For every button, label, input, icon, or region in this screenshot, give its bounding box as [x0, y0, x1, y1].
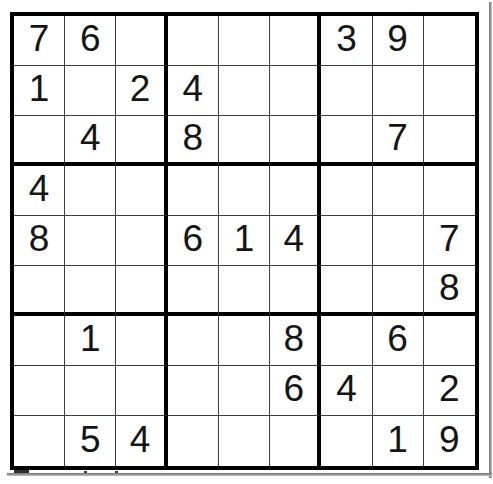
sudoku-cell-r3c1[interactable]: [14, 116, 65, 166]
sudoku-cell-r6c8[interactable]: [373, 266, 424, 316]
sudoku-cell-r2c7[interactable]: [321, 66, 372, 116]
sudoku-cell-r8c6[interactable]: 6: [270, 366, 321, 416]
sudoku-cell-r4c7[interactable]: [321, 166, 372, 216]
sudoku-cell-r2c2[interactable]: [65, 66, 116, 116]
sudoku-cell-r9c4[interactable]: [168, 416, 219, 466]
sudoku-cell-r2c1[interactable]: 1: [14, 66, 65, 116]
sudoku-cell-r9c7[interactable]: [321, 416, 372, 466]
sudoku-cell-r9c2[interactable]: 5: [65, 416, 116, 466]
frame-shadow-right: [489, 2, 492, 478]
sudoku-cell-r1c3[interactable]: [116, 16, 167, 66]
sudoku-cell-r7c1[interactable]: [14, 316, 65, 366]
sudoku-cell-r9c8[interactable]: 1: [373, 416, 424, 466]
sudoku-cell-r1c5[interactable]: [219, 16, 270, 66]
sudoku-cell-r4c9[interactable]: [424, 166, 475, 216]
sudoku-cell-r1c4[interactable]: [168, 16, 219, 66]
sudoku-cell-r4c5[interactable]: [219, 166, 270, 216]
sudoku-cell-r3c9[interactable]: [424, 116, 475, 166]
sudoku-cell-r7c5[interactable]: [219, 316, 270, 366]
sudoku-cell-r3c6[interactable]: [270, 116, 321, 166]
sudoku-cell-r7c7[interactable]: [321, 316, 372, 366]
sudoku-cell-r4c4[interactable]: [168, 166, 219, 216]
sudoku-cell-r6c5[interactable]: [219, 266, 270, 316]
sudoku-cell-r8c8[interactable]: [373, 366, 424, 416]
sudoku-cell-r5c4[interactable]: 6: [168, 216, 219, 266]
sudoku-cell-r2c5[interactable]: [219, 66, 270, 116]
sudoku-cell-r9c3[interactable]: 4: [116, 416, 167, 466]
sudoku-cell-r4c8[interactable]: [373, 166, 424, 216]
sudoku-cell-r6c1[interactable]: [14, 266, 65, 316]
sudoku-cell-r3c2[interactable]: 4: [65, 116, 116, 166]
sudoku-cell-r1c9[interactable]: [424, 16, 475, 66]
sudoku-cell-r8c4[interactable]: [168, 366, 219, 416]
sudoku-cell-r1c6[interactable]: [270, 16, 321, 66]
sudoku-cell-r8c2[interactable]: [65, 366, 116, 416]
sudoku-cell-r7c6[interactable]: 8: [270, 316, 321, 366]
sudoku-cell-r4c1[interactable]: 4: [14, 166, 65, 216]
sudoku-cell-r8c5[interactable]: [219, 366, 270, 416]
frame-shadow-bottom: [7, 473, 492, 476]
sudoku-cell-r9c6[interactable]: [270, 416, 321, 466]
sudoku-cell-r9c5[interactable]: [219, 416, 270, 466]
sudoku-cell-r6c4[interactable]: [168, 266, 219, 316]
sudoku-cell-r5c1[interactable]: 8: [14, 216, 65, 266]
sudoku-cell-r1c8[interactable]: 9: [373, 16, 424, 66]
sudoku-cell-r8c1[interactable]: [14, 366, 65, 416]
sudoku-cell-r5c7[interactable]: [321, 216, 372, 266]
sudoku-cell-r7c4[interactable]: [168, 316, 219, 366]
sudoku-cell-r2c6[interactable]: [270, 66, 321, 116]
sudoku-cell-r7c3[interactable]: [116, 316, 167, 366]
sudoku-cell-r5c3[interactable]: [116, 216, 167, 266]
sudoku-cell-r7c8[interactable]: 6: [373, 316, 424, 366]
sudoku-cell-r5c8[interactable]: [373, 216, 424, 266]
sudoku-cell-r3c8[interactable]: 7: [373, 116, 424, 166]
sudoku-cell-r6c7[interactable]: [321, 266, 372, 316]
sudoku-cell-r5c2[interactable]: [65, 216, 116, 266]
sudoku-cell-r6c3[interactable]: [116, 266, 167, 316]
sudoku-cell-r8c3[interactable]: [116, 366, 167, 416]
sudoku-cell-r2c8[interactable]: [373, 66, 424, 116]
sudoku-cell-r2c4[interactable]: 4: [168, 66, 219, 116]
sudoku-cell-r3c3[interactable]: [116, 116, 167, 166]
cropped-text-artifact: [14, 470, 29, 473]
sudoku-cell-r4c6[interactable]: [270, 166, 321, 216]
sudoku-cell-r5c5[interactable]: 1: [219, 216, 270, 266]
sudoku-cell-r6c2[interactable]: [65, 266, 116, 316]
sudoku-cell-r9c1[interactable]: [14, 416, 65, 466]
sudoku-cell-r2c3[interactable]: 2: [116, 66, 167, 116]
sudoku-cell-r8c9[interactable]: 2: [424, 366, 475, 416]
sudoku-cell-r7c9[interactable]: [424, 316, 475, 366]
sudoku-cell-r3c5[interactable]: [219, 116, 270, 166]
sudoku-cell-r1c1[interactable]: 7: [14, 16, 65, 66]
sudoku-cell-r7c2[interactable]: 1: [65, 316, 116, 366]
sudoku-cell-r4c2[interactable]: [65, 166, 116, 216]
sudoku-board: 763912448748614781866425419: [10, 12, 479, 470]
sudoku-cell-r3c7[interactable]: [321, 116, 372, 166]
sudoku-cell-r6c6[interactable]: [270, 266, 321, 316]
sudoku-cell-r1c2[interactable]: 6: [65, 16, 116, 66]
sudoku-cell-r8c7[interactable]: 4: [321, 366, 372, 416]
sudoku-cell-r5c9[interactable]: 7: [424, 216, 475, 266]
sudoku-cell-r1c7[interactable]: 3: [321, 16, 372, 66]
cropped-text-artifact: [115, 471, 118, 473]
sudoku-cell-r3c4[interactable]: 8: [168, 116, 219, 166]
sudoku-cell-r4c3[interactable]: [116, 166, 167, 216]
sudoku-cell-r5c6[interactable]: 4: [270, 216, 321, 266]
sudoku-cell-r9c9[interactable]: 9: [424, 416, 475, 466]
sudoku-grid: 763912448748614781866425419: [14, 16, 475, 466]
sudoku-cell-r6c9[interactable]: 8: [424, 266, 475, 316]
sudoku-screenshot: 763912448748614781866425419: [0, 0, 493, 484]
sudoku-cell-r2c9[interactable]: [424, 66, 475, 116]
cropped-text-artifact: [84, 471, 87, 473]
